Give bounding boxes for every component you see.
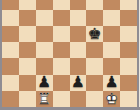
black-pawn[interactable]: ♟ [105, 75, 119, 91]
square-h6[interactable] [120, 10, 137, 26]
square-e7[interactable] [70, 0, 87, 10]
square-h4[interactable] [120, 42, 137, 58]
square-f2[interactable] [86, 75, 103, 91]
square-a7[interactable] [2, 0, 19, 10]
square-d2[interactable] [53, 75, 70, 91]
square-c7[interactable] [36, 0, 53, 10]
square-b4[interactable] [19, 42, 36, 58]
square-g2[interactable]: ♟ [103, 75, 120, 91]
square-e4[interactable] [70, 42, 87, 58]
chess-board[interactable]: ♚♟♟♟♖♜♔♚ [2, 0, 137, 107]
square-a5[interactable] [2, 26, 19, 42]
square-b2[interactable] [19, 75, 36, 91]
square-e1[interactable] [70, 91, 87, 107]
square-h3[interactable] [120, 58, 137, 74]
square-e5[interactable] [70, 26, 87, 42]
square-g6[interactable] [103, 10, 120, 26]
black-pawn[interactable]: ♟ [37, 75, 51, 91]
square-f6[interactable] [86, 10, 103, 26]
right-edge-sliver [139, 0, 140, 107]
square-f1[interactable] [86, 91, 103, 107]
square-b5[interactable] [19, 26, 36, 42]
square-c1[interactable]: ♖♜ [36, 91, 53, 107]
white-king-fill: ♚ [105, 92, 119, 107]
square-c3[interactable] [36, 58, 53, 74]
square-d6[interactable] [53, 10, 70, 26]
square-h7[interactable] [120, 0, 137, 10]
square-f7[interactable] [86, 0, 103, 10]
square-g5[interactable] [103, 26, 120, 42]
square-f3[interactable] [86, 58, 103, 74]
square-g1[interactable]: ♔♚ [103, 91, 120, 107]
square-g7[interactable] [103, 0, 120, 10]
square-c4[interactable] [36, 42, 53, 58]
square-d3[interactable] [53, 58, 70, 74]
black-pawn[interactable]: ♟ [71, 75, 85, 91]
square-d4[interactable] [53, 42, 70, 58]
white-rook-fill: ♜ [37, 92, 51, 107]
square-a1[interactable] [2, 91, 19, 107]
white-king[interactable]: ♔♚ [105, 92, 119, 107]
square-b6[interactable] [19, 10, 36, 26]
square-a3[interactable] [2, 58, 19, 74]
square-h5[interactable] [120, 26, 137, 42]
white-rook[interactable]: ♖♜ [37, 92, 51, 107]
square-a4[interactable] [2, 42, 19, 58]
square-b1[interactable] [19, 91, 36, 107]
square-c6[interactable] [36, 10, 53, 26]
square-b3[interactable] [19, 58, 36, 74]
square-g4[interactable] [103, 42, 120, 58]
square-d5[interactable] [53, 26, 70, 42]
square-f4[interactable] [86, 42, 103, 58]
square-g3[interactable] [103, 58, 120, 74]
square-a6[interactable] [2, 10, 19, 26]
square-h1[interactable] [120, 91, 137, 107]
square-c2[interactable]: ♟ [36, 75, 53, 91]
square-d1[interactable] [53, 91, 70, 107]
square-b7[interactable] [19, 0, 36, 10]
square-e3[interactable] [70, 58, 87, 74]
square-d7[interactable] [53, 0, 70, 10]
board-viewport: ♚♟♟♟♖♜♔♚ [2, 0, 137, 107]
square-f5[interactable]: ♚ [86, 26, 103, 42]
black-king[interactable]: ♚ [88, 27, 102, 43]
chess-board-frame: ♚♟♟♟♖♜♔♚ [0, 0, 140, 110]
square-h2[interactable] [120, 75, 137, 91]
square-e2[interactable]: ♟ [70, 75, 87, 91]
square-e6[interactable] [70, 10, 87, 26]
square-a2[interactable] [2, 75, 19, 91]
square-c5[interactable] [36, 26, 53, 42]
